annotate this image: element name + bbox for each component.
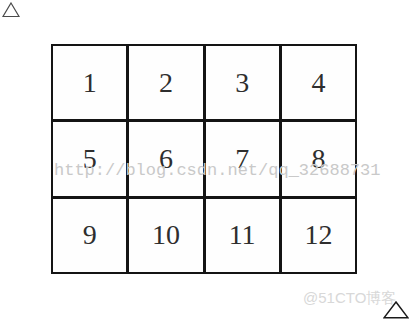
number-grid-board: 1 2 3 4 5 6 7 8 9 10 11 12 <box>51 44 357 274</box>
grid-cell: 1 <box>53 46 126 119</box>
grid-cell: 4 <box>282 46 355 119</box>
grid-cell: 12 <box>282 199 355 272</box>
triangle-marker-top-left-icon <box>2 2 20 18</box>
grid-cell: 6 <box>129 122 202 195</box>
triangle-marker-bottom-right-icon <box>383 301 409 319</box>
grid-cell: 8 <box>282 122 355 195</box>
grid-cell: 2 <box>129 46 202 119</box>
grid-cell: 5 <box>53 122 126 195</box>
grid-cell: 10 <box>129 199 202 272</box>
grid-cell: 9 <box>53 199 126 272</box>
grid-cell: 3 <box>206 46 279 119</box>
diagram-canvas: 1 2 3 4 5 6 7 8 9 10 11 12 http://blog.c… <box>0 0 412 319</box>
grid-cell: 11 <box>206 199 279 272</box>
grid-cell: 7 <box>206 122 279 195</box>
